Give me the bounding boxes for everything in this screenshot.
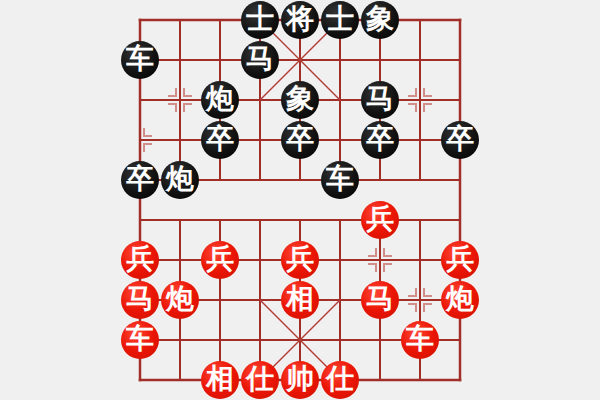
piece-glyph: 马 bbox=[366, 280, 394, 318]
piece-glyph: 兵 bbox=[446, 240, 474, 278]
piece-glyph: 马 bbox=[126, 280, 154, 318]
piece-glyph: 帅 bbox=[286, 360, 314, 398]
piece-glyph: 相 bbox=[286, 280, 314, 318]
piece-glyph: 卒 bbox=[446, 120, 474, 158]
piece-black-soldier[interactable]: 卒 bbox=[281, 121, 319, 159]
piece-glyph: 炮 bbox=[166, 280, 194, 318]
piece-red-soldier[interactable]: 兵 bbox=[441, 241, 479, 279]
piece-glyph: 炮 bbox=[206, 80, 234, 118]
xiangqi-board[interactable]: 士将士象车马炮象马卒卒卒卒卒炮车兵兵兵兵兵马炮相马炮车车相仕帅仕 bbox=[0, 0, 600, 400]
piece-glyph: 马 bbox=[366, 80, 394, 118]
piece-black-cannon[interactable]: 炮 bbox=[161, 161, 199, 199]
piece-red-soldier[interactable]: 兵 bbox=[361, 201, 399, 239]
piece-black-horse[interactable]: 马 bbox=[241, 41, 279, 79]
piece-black-chariot[interactable]: 车 bbox=[321, 161, 359, 199]
piece-glyph: 车 bbox=[126, 40, 154, 78]
piece-glyph: 相 bbox=[206, 360, 234, 398]
piece-glyph: 兵 bbox=[366, 200, 394, 238]
piece-red-soldier[interactable]: 兵 bbox=[201, 241, 239, 279]
piece-glyph: 车 bbox=[326, 160, 354, 198]
piece-glyph: 象 bbox=[286, 80, 314, 118]
piece-glyph: 卒 bbox=[286, 120, 314, 158]
piece-red-advisor[interactable]: 仕 bbox=[321, 361, 359, 399]
piece-black-soldier[interactable]: 卒 bbox=[361, 121, 399, 159]
piece-glyph: 马 bbox=[246, 40, 274, 78]
piece-black-advisor[interactable]: 士 bbox=[241, 1, 279, 39]
piece-black-elephant[interactable]: 象 bbox=[361, 1, 399, 39]
piece-glyph: 仕 bbox=[326, 360, 354, 398]
piece-red-general[interactable]: 帅 bbox=[281, 361, 319, 399]
piece-glyph: 兵 bbox=[206, 240, 234, 278]
piece-red-horse[interactable]: 马 bbox=[361, 281, 399, 319]
piece-black-soldier[interactable]: 卒 bbox=[441, 121, 479, 159]
piece-black-horse[interactable]: 马 bbox=[361, 81, 399, 119]
piece-black-soldier[interactable]: 卒 bbox=[121, 161, 159, 199]
piece-layer: 士将士象车马炮象马卒卒卒卒卒炮车兵兵兵兵兵马炮相马炮车车相仕帅仕 bbox=[120, 0, 480, 400]
piece-glyph: 车 bbox=[406, 320, 434, 358]
piece-glyph: 士 bbox=[326, 0, 354, 38]
piece-red-cannon[interactable]: 炮 bbox=[441, 281, 479, 319]
piece-red-chariot[interactable]: 车 bbox=[401, 321, 439, 359]
piece-red-horse[interactable]: 马 bbox=[121, 281, 159, 319]
piece-black-general[interactable]: 将 bbox=[281, 1, 319, 39]
piece-red-soldier[interactable]: 兵 bbox=[281, 241, 319, 279]
piece-red-elephant[interactable]: 相 bbox=[281, 281, 319, 319]
piece-glyph: 炮 bbox=[166, 160, 194, 198]
piece-glyph: 象 bbox=[366, 0, 394, 38]
piece-black-elephant[interactable]: 象 bbox=[281, 81, 319, 119]
piece-black-cannon[interactable]: 炮 bbox=[201, 81, 239, 119]
piece-glyph: 卒 bbox=[366, 120, 394, 158]
piece-glyph: 炮 bbox=[446, 280, 474, 318]
piece-red-advisor[interactable]: 仕 bbox=[241, 361, 279, 399]
piece-red-cannon[interactable]: 炮 bbox=[161, 281, 199, 319]
piece-glyph: 车 bbox=[126, 320, 154, 358]
piece-black-soldier[interactable]: 卒 bbox=[201, 121, 239, 159]
piece-glyph: 士 bbox=[246, 0, 274, 38]
piece-glyph: 卒 bbox=[206, 120, 234, 158]
piece-red-soldier[interactable]: 兵 bbox=[121, 241, 159, 279]
piece-black-chariot[interactable]: 车 bbox=[121, 41, 159, 79]
piece-glyph: 兵 bbox=[126, 240, 154, 278]
piece-glyph: 卒 bbox=[126, 160, 154, 198]
piece-red-elephant[interactable]: 相 bbox=[201, 361, 239, 399]
piece-glyph: 仕 bbox=[246, 360, 274, 398]
piece-red-chariot[interactable]: 车 bbox=[121, 321, 159, 359]
piece-glyph: 兵 bbox=[286, 240, 314, 278]
piece-glyph: 将 bbox=[286, 0, 314, 38]
piece-black-advisor[interactable]: 士 bbox=[321, 1, 359, 39]
